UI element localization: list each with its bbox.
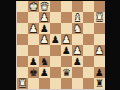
square-h7[interactable]: ♜ <box>94 12 105 23</box>
square-h1[interactable]: ♜ <box>94 78 105 89</box>
square-g2[interactable] <box>83 67 94 78</box>
piece-white-knight[interactable]: ♞ <box>73 23 82 34</box>
piece-white-queen[interactable]: ♛ <box>40 1 49 12</box>
square-h4[interactable]: ♟ <box>94 45 105 56</box>
square-e8[interactable] <box>61 1 72 12</box>
square-g4[interactable] <box>83 45 94 56</box>
square-c1[interactable] <box>39 78 50 89</box>
square-h8[interactable] <box>94 1 105 12</box>
square-c5[interactable]: ♟ <box>39 34 50 45</box>
piece-white-rook[interactable]: ♜ <box>95 12 104 23</box>
square-h5[interactable] <box>94 34 105 45</box>
square-d6[interactable] <box>50 23 61 34</box>
square-a7[interactable] <box>17 12 28 23</box>
square-f8[interactable] <box>72 1 83 12</box>
square-e5[interactable]: ♟ <box>61 34 72 45</box>
piece-white-pawn[interactable]: ♟ <box>95 45 104 56</box>
piece-black-pawn[interactable]: ♟ <box>62 45 71 56</box>
square-f7[interactable]: ♝ <box>72 12 83 23</box>
letterbox-left <box>0 0 16 90</box>
square-g3[interactable] <box>83 56 94 67</box>
square-h3[interactable] <box>94 56 105 67</box>
piece-black-pawn[interactable]: ♟ <box>40 23 49 34</box>
square-b6[interactable]: ♟ <box>28 23 39 34</box>
square-g1[interactable] <box>83 78 94 89</box>
square-f1[interactable] <box>72 78 83 89</box>
square-g8[interactable] <box>83 1 94 12</box>
square-e2[interactable]: ♛ <box>61 67 72 78</box>
square-c7[interactable]: ♟ <box>39 12 50 23</box>
square-e3[interactable] <box>61 56 72 67</box>
square-f5[interactable] <box>72 34 83 45</box>
piece-white-rook[interactable]: ♜ <box>18 78 27 89</box>
square-a4[interactable] <box>17 45 28 56</box>
square-f2[interactable] <box>72 67 83 78</box>
square-a5[interactable] <box>17 34 28 45</box>
piece-white-pawn[interactable]: ♟ <box>62 34 71 45</box>
screenshot-stage: ♚♛♟♝♜♟♟♞♟♟♟♟♟♟♟♞♟♚♟♛♟♜♜ <box>0 0 120 90</box>
letterbox-right <box>105 0 120 90</box>
piece-black-knight[interactable]: ♞ <box>40 56 49 67</box>
square-d2[interactable] <box>50 67 61 78</box>
piece-black-pawn[interactable]: ♟ <box>40 67 49 78</box>
square-a2[interactable] <box>17 67 28 78</box>
piece-white-pawn[interactable]: ♟ <box>40 34 49 45</box>
piece-white-bishop[interactable]: ♝ <box>73 12 82 23</box>
piece-white-king[interactable]: ♚ <box>29 1 38 12</box>
square-h6[interactable] <box>94 23 105 34</box>
square-d4[interactable] <box>50 45 61 56</box>
square-b2[interactable]: ♚ <box>28 67 39 78</box>
square-e4[interactable]: ♟ <box>61 45 72 56</box>
square-b7[interactable] <box>28 12 39 23</box>
square-h2[interactable]: ♟ <box>94 67 105 78</box>
piece-white-pawn[interactable]: ♟ <box>29 23 38 34</box>
square-c2[interactable]: ♟ <box>39 67 50 78</box>
square-a3[interactable] <box>17 56 28 67</box>
square-a6[interactable] <box>17 23 28 34</box>
square-b5[interactable] <box>28 34 39 45</box>
square-f3[interactable]: ♟ <box>72 56 83 67</box>
square-g5[interactable] <box>83 34 94 45</box>
square-g7[interactable] <box>83 12 94 23</box>
piece-black-king[interactable]: ♚ <box>29 67 38 78</box>
piece-black-queen[interactable]: ♛ <box>62 67 71 78</box>
square-f4[interactable]: ♟ <box>72 45 83 56</box>
square-c4[interactable] <box>39 45 50 56</box>
piece-black-pawn[interactable]: ♟ <box>29 56 38 67</box>
square-c8[interactable]: ♛ <box>39 1 50 12</box>
square-d7[interactable] <box>50 12 61 23</box>
piece-white-pawn[interactable]: ♟ <box>40 12 49 23</box>
square-b1[interactable] <box>28 78 39 89</box>
square-d5[interactable]: ♟ <box>50 34 61 45</box>
piece-black-pawn[interactable]: ♟ <box>73 56 82 67</box>
square-a8[interactable] <box>17 1 28 12</box>
square-e1[interactable] <box>61 78 72 89</box>
square-b4[interactable] <box>28 45 39 56</box>
square-e7[interactable] <box>61 12 72 23</box>
square-c3[interactable]: ♞ <box>39 56 50 67</box>
piece-white-pawn[interactable]: ♟ <box>73 45 82 56</box>
square-d3[interactable] <box>50 56 61 67</box>
square-b3[interactable]: ♟ <box>28 56 39 67</box>
square-a1[interactable]: ♜ <box>17 78 28 89</box>
piece-black-pawn[interactable]: ♟ <box>95 67 104 78</box>
square-d8[interactable] <box>50 1 61 12</box>
chess-board: ♚♛♟♝♜♟♟♞♟♟♟♟♟♟♟♞♟♚♟♛♟♜♜ <box>16 1 105 90</box>
square-b8[interactable]: ♚ <box>28 1 39 12</box>
piece-black-rook[interactable]: ♜ <box>95 78 104 89</box>
square-d1[interactable] <box>50 78 61 89</box>
square-c6[interactable]: ♟ <box>39 23 50 34</box>
piece-black-pawn[interactable]: ♟ <box>51 34 60 45</box>
square-g6[interactable] <box>83 23 94 34</box>
square-f6[interactable]: ♞ <box>72 23 83 34</box>
square-e6[interactable] <box>61 23 72 34</box>
